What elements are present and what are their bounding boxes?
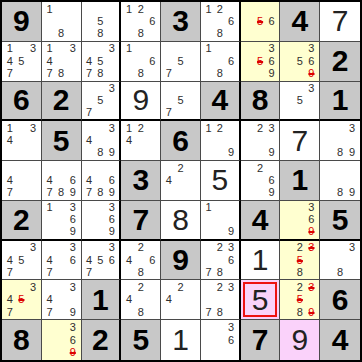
- candidate-8: [55, 346, 67, 359]
- candidate-1: 1: [203, 3, 214, 15]
- candidate-8: 8: [95, 147, 106, 159]
- candidate-8: 8: [135, 306, 147, 318]
- given-digit: 6: [332, 285, 349, 315]
- candidate-8: [16, 266, 28, 278]
- candidate-5: [334, 174, 346, 186]
- candidates: 58: [82, 2, 120, 41]
- candidate-9: 9: [106, 187, 117, 199]
- candidate-4: 4: [4, 174, 16, 186]
- cell-r6c4[interactable]: 7: [121, 201, 161, 241]
- candidate-6: [346, 174, 358, 186]
- candidate-4: [44, 334, 56, 347]
- candidate-4: 4: [123, 135, 135, 147]
- candidate-6: [346, 254, 358, 266]
- candidate-6: [346, 135, 358, 147]
- cell-r6c1[interactable]: 2: [2, 201, 42, 241]
- candidate-2: [135, 43, 147, 55]
- cell-r4c1[interactable]: 134: [2, 121, 42, 161]
- cell-r6c7[interactable]: 4: [241, 201, 281, 241]
- candidate-3: 3: [225, 321, 236, 334]
- candidates: 3457: [2, 241, 41, 280]
- candidate-5: [214, 334, 225, 347]
- candidate-6: 6: [266, 174, 278, 186]
- candidate-7: [203, 226, 214, 238]
- candidate-9: [147, 67, 159, 79]
- candidate-2: 2: [214, 3, 225, 15]
- candidate-2: [214, 43, 225, 55]
- candidate-8: 8: [55, 187, 67, 199]
- candidate-6: 6: [225, 254, 236, 266]
- cell-r5c8[interactable]: 1: [280, 161, 320, 201]
- candidate-4: 4: [84, 55, 95, 67]
- candidate-1: [84, 202, 95, 214]
- candidate-5: [135, 254, 147, 266]
- candidate-2: [334, 242, 346, 254]
- candidate-1: [4, 242, 16, 254]
- candidate-2: [214, 321, 225, 334]
- candidate-9: [27, 187, 39, 199]
- solved-digit: 8: [172, 205, 189, 235]
- candidate-8: 8: [95, 67, 106, 79]
- candidate-5: [214, 135, 225, 147]
- candidate-2: [55, 3, 67, 15]
- candidate-1: [163, 281, 175, 293]
- cell-r7c6[interactable]: 23678: [201, 241, 241, 281]
- given-digit: 5: [53, 126, 70, 156]
- candidate-9: 9: [266, 147, 278, 159]
- candidate-4: [203, 214, 214, 226]
- candidate-1: [322, 122, 334, 134]
- cell-r5c7[interactable]: 269: [241, 161, 281, 201]
- candidates: 134: [2, 121, 41, 160]
- cell-r3c2[interactable]: 2: [42, 82, 82, 122]
- candidate-5: [135, 135, 147, 147]
- candidates: 2468: [121, 241, 160, 280]
- candidate-4: [163, 94, 175, 106]
- candidate-8: [214, 147, 225, 159]
- cell-r3c7[interactable]: 8: [241, 82, 281, 122]
- candidate-4: [322, 174, 334, 186]
- candidate-1: [203, 242, 214, 254]
- candidate-1: [163, 162, 175, 174]
- cell-r9c6[interactable]: 36: [201, 320, 241, 360]
- candidate-2: [334, 162, 346, 174]
- candidate-8: 8: [214, 266, 225, 278]
- cell-r1c9[interactable]: 7: [320, 2, 360, 42]
- cell-r3c9[interactable]: 1: [320, 82, 360, 122]
- candidate-1: 1: [203, 122, 214, 134]
- candidate-4: [282, 294, 294, 306]
- candidate-9: [27, 266, 39, 278]
- candidate-5: [55, 55, 67, 67]
- cell-r1c3[interactable]: 58: [82, 2, 122, 42]
- candidate-8: [254, 187, 266, 199]
- candidate-4: 4: [123, 294, 135, 306]
- cell-r6c9[interactable]: 5: [320, 201, 360, 241]
- given-digit: 4: [291, 6, 308, 36]
- candidate-4: 4: [44, 294, 56, 306]
- cell-r5c1[interactable]: 47: [2, 161, 42, 201]
- candidate-4: [282, 214, 294, 226]
- candidate-4: [203, 294, 214, 306]
- candidate-9: [147, 147, 159, 159]
- candidates: 168: [121, 42, 160, 81]
- cell-r8c6[interactable]: 2378: [201, 280, 241, 320]
- candidate-7: [282, 106, 294, 118]
- candidate-8: [135, 147, 147, 159]
- candidate-3: 3: [306, 83, 318, 95]
- cell-r1c7[interactable]: 56: [241, 2, 281, 42]
- solved-digit: 1: [252, 245, 269, 275]
- candidate-7: 7: [84, 106, 95, 118]
- candidate-4: [243, 174, 255, 186]
- candidates: 3489: [82, 121, 120, 160]
- cell-r5c6[interactable]: 5: [201, 161, 241, 201]
- candidate-9: 9: [67, 306, 79, 318]
- candidates: 24: [161, 280, 200, 319]
- cell-r5c4[interactable]: 3: [121, 161, 161, 201]
- candidate-2: [16, 281, 28, 293]
- cell-r2c3[interactable]: 34578: [82, 42, 122, 82]
- candidate-4: [322, 254, 334, 266]
- candidate-2: [16, 242, 28, 254]
- candidate-7: 7: [84, 266, 95, 278]
- cell-r4c6[interactable]: 129: [201, 121, 241, 161]
- cell-r2c8[interactable]: 3569: [280, 42, 320, 82]
- candidate-4: [44, 214, 56, 226]
- candidate-6: [106, 55, 117, 67]
- candidate-8: 8: [95, 28, 106, 40]
- candidate-6: 6: [67, 214, 79, 226]
- sudoku-board: 9185812683126856471345713478345781685716…: [0, 0, 362, 362]
- candidate-2: [95, 202, 106, 214]
- candidate-8: 8: [294, 306, 306, 318]
- cell-r6c3[interactable]: 369: [82, 201, 122, 241]
- candidate-5: 5: [175, 94, 187, 106]
- candidate-2: [95, 83, 106, 95]
- cell-r2c9[interactable]: 2: [320, 42, 360, 82]
- cell-r4c4[interactable]: 124: [121, 121, 161, 161]
- candidate-3: 3: [27, 122, 39, 134]
- candidate-2: [294, 202, 306, 214]
- solved-digit: 7: [291, 126, 308, 156]
- cell-r8c2[interactable]: 3479: [42, 280, 82, 320]
- candidate-6: 6: [106, 174, 117, 186]
- cell-r9c3[interactable]: 2: [82, 320, 122, 360]
- candidate-5: 5: [95, 254, 106, 266]
- candidates: 369: [280, 201, 319, 239]
- cell-r7c2[interactable]: 3467: [42, 241, 82, 281]
- solved-digit: 9: [291, 325, 308, 355]
- candidate-9: 9: [306, 226, 318, 238]
- candidate-2: 2: [135, 281, 147, 293]
- candidates: 369: [82, 201, 120, 239]
- candidate-8: 8: [55, 67, 67, 79]
- candidate-7: 7: [203, 266, 214, 278]
- cell-r9c2[interactable]: 369: [42, 320, 82, 360]
- candidate-2: [254, 3, 266, 15]
- candidate-7: [44, 28, 56, 40]
- candidate-3: 3: [27, 242, 39, 254]
- candidate-5: [175, 174, 187, 186]
- candidate-3: 3: [225, 242, 236, 254]
- candidate-8: [254, 28, 266, 40]
- cell-r9c7[interactable]: 7: [241, 320, 281, 360]
- candidate-3: 3: [67, 321, 79, 334]
- cell-r8c5[interactable]: 24: [161, 280, 201, 320]
- cell-r8c1[interactable]: 3457: [2, 280, 42, 320]
- candidate-8: [16, 147, 28, 159]
- cell-r7c7[interactable]: 1: [241, 241, 281, 281]
- candidate-6: [306, 94, 318, 106]
- candidate-2: [95, 162, 106, 174]
- candidate-6: [67, 15, 79, 27]
- cell-r9c4[interactable]: 5: [121, 320, 161, 360]
- cell-r9c5[interactable]: 1: [161, 320, 201, 360]
- candidate-1: [243, 43, 255, 55]
- candidate-7: [282, 266, 294, 278]
- candidate-2: [294, 43, 306, 55]
- cell-r6c2[interactable]: 1369: [42, 201, 82, 241]
- candidates: 129: [201, 121, 239, 160]
- candidate-6: [147, 294, 159, 306]
- cell-r1c2[interactable]: 18: [42, 2, 82, 42]
- candidate-1: [203, 281, 214, 293]
- candidate-2: [95, 3, 106, 15]
- candidates: 89: [320, 161, 360, 200]
- candidate-4: [243, 15, 255, 27]
- cell-r5c9[interactable]: 89: [320, 161, 360, 201]
- cell-r3c1[interactable]: 6: [2, 82, 42, 122]
- candidate-4: 4: [44, 254, 56, 266]
- candidate-9: [306, 266, 318, 278]
- candidate-2: 2: [254, 122, 266, 134]
- candidate-1: [44, 242, 56, 254]
- candidate-9: 9: [225, 226, 236, 238]
- cell-r2c1[interactable]: 13457: [2, 42, 42, 82]
- candidate-3: 3: [106, 122, 117, 134]
- candidate-7: [322, 187, 334, 199]
- candidate-6: [225, 214, 236, 226]
- cell-r2c2[interactable]: 13478: [42, 42, 82, 82]
- candidate-4: 4: [44, 174, 56, 186]
- candidate-1: [282, 202, 294, 214]
- candidate-7: 7: [4, 306, 16, 318]
- candidate-1: [163, 83, 175, 95]
- cell-r7c1[interactable]: 3457: [2, 241, 42, 281]
- candidate-9: [106, 67, 117, 79]
- candidate-7: [163, 306, 175, 318]
- candidate-3: [147, 242, 159, 254]
- cell-r4c8[interactable]: 7: [280, 121, 320, 161]
- cell-r4c2[interactable]: 5: [42, 121, 82, 161]
- cell-r3c4[interactable]: 9: [121, 82, 161, 122]
- candidate-9: [27, 67, 39, 79]
- given-digit: 8: [13, 325, 30, 355]
- candidate-8: [254, 67, 266, 79]
- cell-r4c9[interactable]: 389: [320, 121, 360, 161]
- candidate-3: [186, 83, 198, 95]
- candidate-4: 4: [4, 294, 16, 306]
- candidate-4: [243, 55, 255, 67]
- candidate-8: [214, 346, 225, 359]
- candidate-7: [243, 28, 255, 40]
- candidate-7: 7: [163, 67, 175, 79]
- cell-r7c9[interactable]: 38: [320, 241, 360, 281]
- candidate-7: [123, 306, 135, 318]
- candidate-9: 9: [106, 147, 117, 159]
- candidate-6: 6: [67, 334, 79, 347]
- candidate-5: [135, 15, 147, 27]
- cell-r6c6[interactable]: 19: [201, 201, 241, 241]
- cell-r2c6[interactable]: 168: [201, 42, 241, 82]
- cell-r1c6[interactable]: 1268: [201, 2, 241, 42]
- cell-r6c5[interactable]: 8: [161, 201, 201, 241]
- candidate-4: [203, 15, 214, 27]
- candidate-8: 8: [135, 28, 147, 40]
- candidate-8: [55, 266, 67, 278]
- given-digit: 8: [252, 85, 269, 115]
- candidates: 57: [161, 82, 200, 120]
- cell-r8c9[interactable]: 6: [320, 280, 360, 320]
- given-digit: 4: [252, 205, 269, 235]
- candidate-1: 1: [203, 43, 214, 55]
- cell-r9c8[interactable]: 9: [280, 320, 320, 360]
- candidate-6: [106, 135, 117, 147]
- candidate-3: 3: [225, 281, 236, 293]
- candidate-5: 5: [294, 254, 306, 266]
- cell-r7c4[interactable]: 2468: [121, 241, 161, 281]
- candidate-7: 7: [163, 106, 175, 118]
- candidate-5: [135, 55, 147, 67]
- cell-r5c3[interactable]: 46789: [82, 161, 122, 201]
- cell-r9c9[interactable]: 4: [320, 320, 360, 360]
- candidate-6: 6: [67, 174, 79, 186]
- candidate-6: [186, 55, 198, 67]
- candidates: 38: [320, 241, 360, 280]
- cell-r3c3[interactable]: 357: [82, 82, 122, 122]
- solved-digit: 7: [332, 6, 349, 36]
- cell-r8c3[interactable]: 1: [82, 280, 122, 320]
- cell-r5c5[interactable]: 24: [161, 161, 201, 201]
- candidate-7: [123, 67, 135, 79]
- candidate-3: 3: [67, 202, 79, 214]
- given-digit: 5: [132, 325, 149, 355]
- candidate-9: [67, 28, 79, 40]
- cell-r7c8[interactable]: 2358: [280, 241, 320, 281]
- candidate-4: 4: [84, 254, 95, 266]
- cell-r2c7[interactable]: 3569: [241, 42, 281, 82]
- cell-r7c5[interactable]: 9: [161, 241, 201, 281]
- candidate-5: [254, 174, 266, 186]
- candidate-3: 3: [346, 242, 358, 254]
- candidates: 357: [82, 82, 120, 120]
- cell-r5c2[interactable]: 46789: [42, 161, 82, 201]
- candidates: 23589: [280, 280, 319, 319]
- candidate-5: [55, 254, 67, 266]
- candidate-3: [186, 162, 198, 174]
- candidates: 23678: [201, 241, 239, 280]
- candidate-1: [84, 83, 95, 95]
- cell-r6c8[interactable]: 369: [280, 201, 320, 241]
- candidate-3: [225, 43, 236, 55]
- candidate-6: [225, 294, 236, 306]
- cell-r8c4[interactable]: 248: [121, 280, 161, 320]
- candidate-6: 6: [266, 55, 278, 67]
- candidate-2: 2: [135, 122, 147, 134]
- candidate-2: [16, 162, 28, 174]
- cell-r1c5[interactable]: 3: [161, 2, 201, 42]
- given-digit: 2: [53, 85, 70, 115]
- candidate-6: [106, 94, 117, 106]
- cell-r4c5[interactable]: 6: [161, 121, 201, 161]
- cell-r2c4[interactable]: 168: [121, 42, 161, 82]
- given-digit: 9: [172, 245, 189, 275]
- candidate-5: 5: [16, 294, 28, 306]
- candidate-9: [186, 306, 198, 318]
- candidate-2: [175, 43, 187, 55]
- cell-r3c8[interactable]: 35: [280, 82, 320, 122]
- candidate-1: 1: [44, 3, 56, 15]
- candidate-1: [123, 242, 135, 254]
- candidate-3: 3: [306, 281, 318, 293]
- candidate-7: [123, 28, 135, 40]
- candidate-7: [322, 147, 334, 159]
- candidate-9: 9: [266, 187, 278, 199]
- cell-r8c8[interactable]: 23589: [280, 280, 320, 320]
- candidate-8: [55, 306, 67, 318]
- candidate-1: [243, 3, 255, 15]
- candidate-9: 9: [346, 147, 358, 159]
- candidate-2: [55, 321, 67, 334]
- candidate-5: 5: [254, 55, 266, 67]
- candidate-3: 3: [106, 83, 117, 95]
- candidate-8: [175, 67, 187, 79]
- candidate-2: [254, 43, 266, 55]
- cell-r8c7[interactable]: 5: [241, 280, 281, 320]
- cell-r2c5[interactable]: 57: [161, 42, 201, 82]
- candidate-7: [203, 67, 214, 79]
- candidate-8: 8: [334, 266, 346, 278]
- given-digit: 4: [211, 85, 228, 115]
- cell-r7c3[interactable]: 34567: [82, 241, 122, 281]
- cell-r1c1[interactable]: 9: [2, 2, 42, 42]
- cell-r3c5[interactable]: 57: [161, 82, 201, 122]
- candidate-5: [55, 334, 67, 347]
- solved-digit: 5: [211, 165, 228, 195]
- solved-digit: 9: [132, 85, 149, 115]
- candidate-3: [106, 162, 117, 174]
- cell-r4c3[interactable]: 3489: [82, 121, 122, 161]
- candidate-9: [225, 346, 236, 359]
- candidate-4: [84, 15, 95, 27]
- candidate-6: [186, 174, 198, 186]
- candidate-4: 4: [4, 135, 16, 147]
- candidate-3: 3: [306, 242, 318, 254]
- candidate-1: 1: [44, 43, 56, 55]
- candidates: 56: [241, 2, 280, 41]
- candidate-8: 8: [294, 266, 306, 278]
- cell-r3c6[interactable]: 4: [201, 82, 241, 122]
- cell-r4c7[interactable]: 239: [241, 121, 281, 161]
- cell-r1c4[interactable]: 1268: [121, 2, 161, 42]
- candidate-5: 5: [294, 294, 306, 306]
- cell-r1c8[interactable]: 4: [280, 2, 320, 42]
- candidate-3: [147, 3, 159, 15]
- candidate-4: [243, 135, 255, 147]
- candidate-5: [55, 174, 67, 186]
- cell-r9c1[interactable]: 8: [2, 320, 42, 360]
